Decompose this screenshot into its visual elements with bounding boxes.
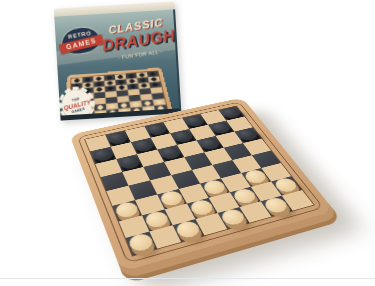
photo-baseline bbox=[0, 278, 375, 279]
draughts-board bbox=[69, 97, 334, 271]
board-grid bbox=[85, 106, 313, 255]
box-title: CLASSIC DRAUGHTS - FUN FOR ALL - bbox=[99, 15, 176, 63]
draughts-board-wrap bbox=[90, 68, 294, 272]
product-photo: RETRO GAMES CLASSIC DRAUGHTS - FUN FOR A… bbox=[0, 0, 375, 286]
